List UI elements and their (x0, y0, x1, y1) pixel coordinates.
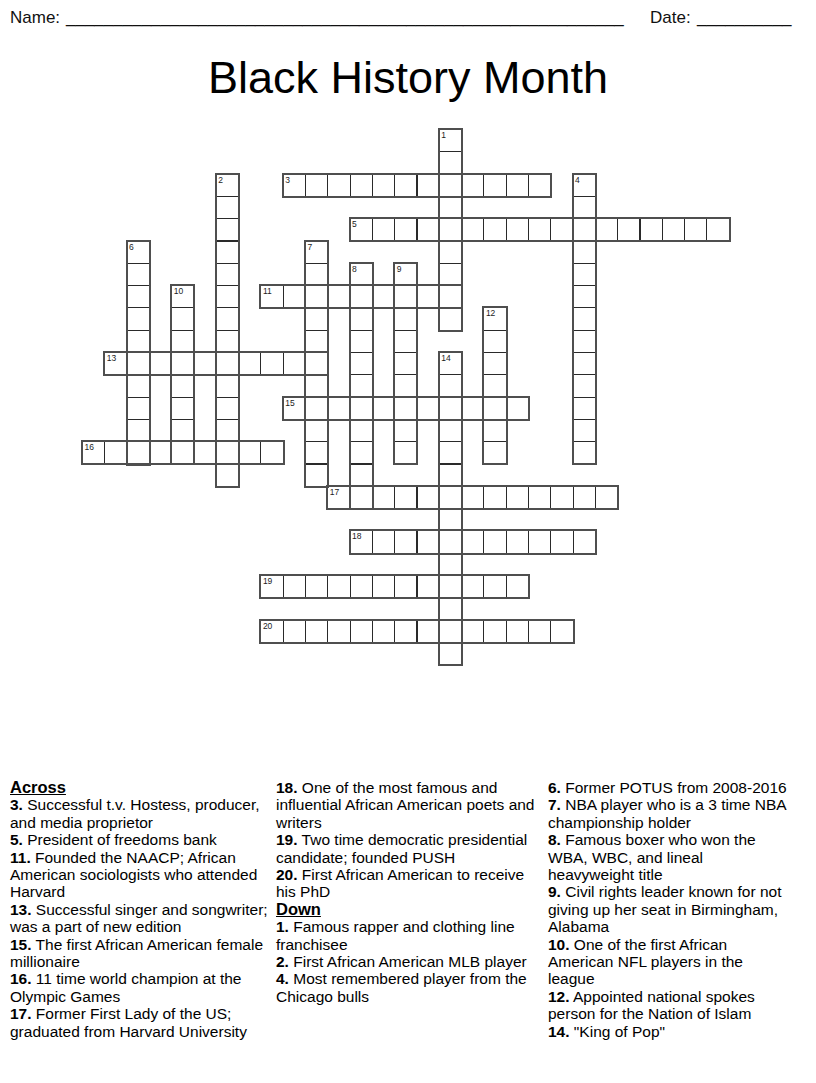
crossword-cell-r13c18[interactable] (483, 419, 506, 442)
clue-text: First African American to receive his Ph… (276, 866, 524, 900)
clue-6: 6. Former POTUS from 2008-2016 (548, 779, 790, 796)
clue-1: 1. Famous rapper and clothing line franc… (276, 918, 538, 953)
crossword-cell-r2c12[interactable] (350, 174, 373, 197)
crossword-cell-r10c10[interactable] (305, 352, 328, 375)
crossword-cell-r14c5[interactable] (194, 441, 217, 464)
crossword-cell-r12c19[interactable] (506, 397, 529, 420)
crossword-cell-r6c10[interactable] (305, 263, 328, 286)
clue-2: 2. First African American MLB player (276, 953, 538, 970)
down-heading: Down (276, 901, 538, 918)
puzzle-title: Black History Month (0, 52, 816, 104)
crossword-cell-r17c16[interactable] (439, 508, 462, 531)
clue-number-label: 3. (10, 796, 23, 813)
crossword-cell-r5c10[interactable] (305, 241, 328, 264)
crossword-cell-r14c14[interactable] (394, 441, 417, 464)
crossword-cell-r20c12[interactable] (350, 575, 373, 598)
clue-15: 15. The first African American female mi… (10, 936, 268, 971)
crossword-cell-r3c6[interactable] (216, 196, 239, 219)
crossword-cell-r18c20[interactable] (528, 530, 551, 553)
crossword-cell-r13c10[interactable] (305, 419, 328, 442)
clue-number-label: 20. (276, 866, 298, 883)
crossword-cell-r15c12[interactable] (350, 464, 373, 487)
crossword-cell-r4c22[interactable] (573, 218, 596, 241)
crossword-cell-r12c10[interactable] (305, 397, 328, 420)
crossword-cell-r10c5[interactable] (194, 352, 217, 375)
crossword-cell-r10c7[interactable] (238, 352, 261, 375)
crossword-cell-r10c18[interactable] (483, 352, 506, 375)
crossword-cell-r1c16[interactable] (439, 151, 462, 174)
crossword-cell-r10c12[interactable] (350, 352, 373, 375)
crossword-cell-r5c16[interactable] (439, 241, 462, 264)
crossword-cell-r12c9[interactable] (283, 397, 306, 420)
crossword-cell-r13c4[interactable] (171, 419, 194, 442)
crossword-cell-r7c14[interactable] (394, 285, 417, 308)
clue-13: 13. Successful singer and songwriter; wa… (10, 901, 268, 936)
crossword-cell-r20c8[interactable] (260, 575, 283, 598)
crossword-cell-r4c16[interactable] (439, 218, 462, 241)
clue-20: 20. First African American to receive hi… (276, 866, 538, 901)
crossword-cell-r13c2[interactable] (127, 419, 150, 442)
crossword-cell-r10c16[interactable] (439, 352, 462, 375)
crossword-cell-r22c8[interactable] (260, 620, 283, 643)
crossword-cell-r11c14[interactable] (394, 374, 417, 397)
clue-4: 4. Most remembered player from the Chica… (276, 970, 538, 1005)
crossword-cell-r6c14[interactable] (394, 263, 417, 286)
crossword-cell-r11c4[interactable] (171, 374, 194, 397)
crossword-cell-r2c19[interactable] (506, 174, 529, 197)
crossword-cell-r2c16[interactable] (439, 174, 462, 197)
crossword-cell-r3c22[interactable] (573, 196, 596, 219)
clue-number-label: 4. (276, 970, 289, 987)
crossword-cell-r8c10[interactable] (305, 307, 328, 330)
crossword-cell-r4c17[interactable] (461, 218, 484, 241)
clue-16: 16. 11 time world champion at the Olympi… (10, 970, 268, 1005)
crossword-cell-r14c16[interactable] (439, 441, 462, 464)
crossword-cell-r10c3[interactable] (149, 352, 172, 375)
clue-text: Two time democratic presidential candida… (276, 831, 527, 865)
clue-number-label: 9. (548, 883, 561, 900)
crossword-cell-r20c16[interactable] (439, 575, 462, 598)
clue-column-middle: 18. One of the most famous and influenti… (276, 779, 538, 1005)
crossword-cell-r7c9[interactable] (283, 285, 306, 308)
crossword-cell-r16c15[interactable] (417, 486, 440, 509)
clue-number-label: 18. (276, 779, 298, 796)
crossword-cell-r11c6[interactable] (216, 374, 239, 397)
crossword-cell-r0c16[interactable] (439, 129, 462, 152)
crossword-cell-r16c19[interactable] (506, 486, 529, 509)
crossword-cell-r9c4[interactable] (171, 330, 194, 353)
crossword-cell-r10c1[interactable] (104, 352, 127, 375)
crossword-cell-r4c23[interactable] (595, 218, 618, 241)
crossword-cell-r7c11[interactable] (327, 285, 350, 308)
crossword-cell-r4c19[interactable] (506, 218, 529, 241)
clue-text: Former First Lady of the US; graduated f… (10, 1005, 247, 1039)
crossword-cell-r12c4[interactable] (171, 397, 194, 420)
crossword-cell-r12c15[interactable] (417, 397, 440, 420)
worksheet-page: Name: __________________________________… (0, 0, 816, 1083)
crossword-cell-r13c16[interactable] (439, 419, 462, 442)
crossword-cell-r10c4[interactable] (171, 352, 194, 375)
crossword-cell-r22c21[interactable] (550, 620, 573, 643)
crossword-cell-r22c11[interactable] (327, 620, 350, 643)
crossword-cell-r16c18[interactable] (483, 486, 506, 509)
clue-text: First African American MLB player (289, 953, 527, 970)
crossword-cell-r6c2[interactable] (127, 263, 150, 286)
crossword-grid: 1234567891011121314151617181920 (82, 129, 729, 664)
crossword-cell-r6c6[interactable] (216, 263, 239, 286)
crossword-cell-r11c12[interactable] (350, 374, 373, 397)
crossword-cell-r2c18[interactable] (483, 174, 506, 197)
clue-text: Founded the NAACP; African American soci… (10, 849, 257, 901)
crossword-cell-r23c16[interactable] (439, 642, 462, 665)
clue-text: NBA player who is a 3 time NBA champions… (548, 796, 786, 830)
crossword-cell-r4c28[interactable] (706, 218, 729, 241)
crossword-cell-r12c22[interactable] (573, 397, 596, 420)
crossword-cell-r20c14[interactable] (394, 575, 417, 598)
crossword-cell-r22c14[interactable] (394, 620, 417, 643)
crossword-cell-r8c18[interactable] (483, 307, 506, 330)
crossword-cell-r13c12[interactable] (350, 419, 373, 442)
crossword-cell-r11c10[interactable] (305, 374, 328, 397)
crossword-cell-r18c17[interactable] (461, 530, 484, 553)
crossword-cell-r19c16[interactable] (439, 553, 462, 576)
date-blank-line: __________ (697, 8, 792, 28)
clue-column-left: Across3. Successful t.v. Hostess, produc… (10, 779, 268, 1040)
crossword-cell-r14c8[interactable] (260, 441, 283, 464)
crossword-cell-r15c16[interactable] (439, 464, 462, 487)
crossword-cell-r8c16[interactable] (439, 307, 462, 330)
clue-text: "King of Pop" (570, 1023, 665, 1040)
crossword-cell-r22c13[interactable] (372, 620, 395, 643)
crossword-cell-r9c22[interactable] (573, 330, 596, 353)
crossword-cell-r20c9[interactable] (283, 575, 306, 598)
clue-text: President of freedoms bank (23, 831, 217, 848)
crossword-cell-r14c18[interactable] (483, 441, 506, 464)
clue-number-label: 7. (548, 796, 561, 813)
clue-19: 19. Two time democratic presidential can… (276, 831, 538, 866)
crossword-cell-r9c18[interactable] (483, 330, 506, 353)
crossword-cell-r10c22[interactable] (573, 352, 596, 375)
crossword-cell-r12c16[interactable] (439, 397, 462, 420)
crossword-cell-r12c14[interactable] (394, 397, 417, 420)
crossword-cell-r12c12[interactable] (350, 397, 373, 420)
crossword-cell-r14c12[interactable] (350, 441, 373, 464)
crossword-cell-r10c14[interactable] (394, 352, 417, 375)
clue-number-label: 2. (276, 953, 289, 970)
crossword-cell-r14c4[interactable] (171, 441, 194, 464)
clue-text: Successful singer and songwriter; was a … (10, 901, 268, 935)
crossword-cell-r16c17[interactable] (461, 486, 484, 509)
across-heading: Across (10, 779, 268, 796)
clue-7: 7. NBA player who is a 3 time NBA champi… (548, 796, 790, 831)
clue-14: 14. "King of Pop" (548, 1023, 790, 1040)
clue-text: Most remembered player from the Chicago … (276, 970, 527, 1004)
crossword-cell-r10c8[interactable] (260, 352, 283, 375)
crossword-cell-r20c11[interactable] (327, 575, 350, 598)
crossword-cell-r22c17[interactable] (461, 620, 484, 643)
date-label: Date: (650, 8, 691, 28)
crossword-cell-r22c15[interactable] (417, 620, 440, 643)
crossword-cell-r5c2[interactable] (127, 241, 150, 264)
name-label: Name: (10, 8, 60, 28)
clue-number-label: 6. (548, 779, 561, 796)
clue-text: One of the most famous and influential A… (276, 779, 535, 831)
crossword-cell-r20c15[interactable] (417, 575, 440, 598)
crossword-cell-r6c16[interactable] (439, 263, 462, 286)
clue-text: The first African American female millio… (10, 936, 263, 970)
crossword-cell-r2c22[interactable] (573, 174, 596, 197)
crossword-cell-r16c11[interactable] (327, 486, 350, 509)
clue-18: 18. One of the most famous and influenti… (276, 779, 538, 831)
crossword-cell-r22c20[interactable] (528, 620, 551, 643)
crossword-cell-r12c11[interactable] (327, 397, 350, 420)
clue-8: 8. Famous boxer who won the WBA, WBC, an… (548, 831, 790, 883)
clue-text: Famous rapper and clothing line franchis… (276, 918, 515, 952)
crossword-cell-r8c4[interactable] (171, 307, 194, 330)
crossword-cell-r16c13[interactable] (372, 486, 395, 509)
crossword-cell-r12c6[interactable] (216, 397, 239, 420)
crossword-cell-r7c16[interactable] (439, 285, 462, 308)
crossword-cell-r5c6[interactable] (216, 241, 239, 264)
crossword-cell-r7c15[interactable] (417, 285, 440, 308)
crossword-cell-r9c10[interactable] (305, 330, 328, 353)
crossword-cell-r11c22[interactable] (573, 374, 596, 397)
clue-text: Former POTUS from 2008-2016 (561, 779, 787, 796)
crossword-cell-r18c12[interactable] (350, 530, 373, 553)
crossword-cell-r7c4[interactable] (171, 285, 194, 308)
crossword-cell-r9c12[interactable] (350, 330, 373, 353)
crossword-cell-r13c6[interactable] (216, 419, 239, 442)
clue-17: 17. Former First Lady of the US; graduat… (10, 1005, 268, 1040)
crossword-cell-r7c22[interactable] (573, 285, 596, 308)
clue-number-label: 1. (276, 918, 289, 935)
clue-5: 5. President of freedoms bank (10, 831, 268, 848)
clue-number-label: 11. (10, 849, 31, 866)
crossword-cell-r10c9[interactable] (283, 352, 306, 375)
crossword-cell-r14c6[interactable] (216, 441, 239, 464)
crossword-cell-r20c19[interactable] (506, 575, 529, 598)
crossword-cell-r4c21[interactable] (550, 218, 573, 241)
crossword-cell-r9c2[interactable] (127, 330, 150, 353)
crossword-cell-r5c22[interactable] (573, 241, 596, 264)
crossword-cell-r8c12[interactable] (350, 307, 373, 330)
crossword-cell-r16c23[interactable] (595, 486, 618, 509)
crossword-cell-r16c14[interactable] (394, 486, 417, 509)
clue-number-label: 5. (10, 831, 23, 848)
crossword-cell-r12c17[interactable] (461, 397, 484, 420)
clue-9: 9. Civil rights leader known for not giv… (548, 883, 790, 935)
crossword-cell-r22c10[interactable] (305, 620, 328, 643)
crossword-cell-r13c14[interactable] (394, 419, 417, 442)
crossword-cell-r14c2[interactable] (127, 441, 150, 464)
crossword-cell-r7c8[interactable] (260, 285, 283, 308)
crossword-cell-r4c15[interactable] (417, 218, 440, 241)
crossword-cell-r2c10[interactable] (305, 174, 328, 197)
crossword-cell-r16c21[interactable] (550, 486, 573, 509)
crossword-cell-r2c11[interactable] (327, 174, 350, 197)
crossword-cell-r11c2[interactable] (127, 374, 150, 397)
crossword-cell-r16c12[interactable] (350, 486, 373, 509)
crossword-cell-r8c6[interactable] (216, 307, 239, 330)
clue-12: 12. Appointed national spokes person for… (548, 988, 790, 1023)
crossword-cell-r16c20[interactable] (528, 486, 551, 509)
crossword-cell-r12c13[interactable] (372, 397, 395, 420)
clue-text: One of the first African American NFL pl… (548, 936, 743, 988)
crossword-cell-r2c14[interactable] (394, 174, 417, 197)
crossword-cell-r18c16[interactable] (439, 530, 462, 553)
crossword-cell-r13c22[interactable] (573, 419, 596, 442)
crossword-cell-r14c10[interactable] (305, 441, 328, 464)
crossword-cell-r2c13[interactable] (372, 174, 395, 197)
crossword-cell-r4c12[interactable] (350, 218, 373, 241)
crossword-cell-r11c18[interactable] (483, 374, 506, 397)
crossword-cell-r18c15[interactable] (417, 530, 440, 553)
crossword-cell-r4c20[interactable] (528, 218, 551, 241)
crossword-cell-r8c2[interactable] (127, 307, 150, 330)
crossword-cell-r7c10[interactable] (305, 285, 328, 308)
crossword-cell-r3c16[interactable] (439, 196, 462, 219)
crossword-cell-r12c2[interactable] (127, 397, 150, 420)
crossword-cell-r6c22[interactable] (573, 263, 596, 286)
crossword-cell-r4c18[interactable] (483, 218, 506, 241)
clue-number-label: 17. (10, 1005, 32, 1022)
clue-number-label: 19. (276, 831, 298, 848)
name-blank-line: ________________________________________… (66, 8, 624, 28)
crossword-cell-r11c16[interactable] (439, 374, 462, 397)
clue-text: Famous boxer who won the WBA, WBC, and l… (548, 831, 756, 883)
crossword-cell-r22c12[interactable] (350, 620, 373, 643)
crossword-cell-r4c25[interactable] (640, 218, 663, 241)
crossword-cell-r4c14[interactable] (394, 218, 417, 241)
crossword-cell-r4c13[interactable] (372, 218, 395, 241)
crossword-cell-r2c17[interactable] (461, 174, 484, 197)
crossword-cell-r16c22[interactable] (573, 486, 596, 509)
crossword-cell-r16c16[interactable] (439, 486, 462, 509)
clue-number-label: 13. (10, 901, 32, 918)
crossword-cell-r9c6[interactable] (216, 330, 239, 353)
crossword-cell-r4c6[interactable] (216, 218, 239, 241)
clue-text: Civil rights leader known for not giving… (548, 883, 781, 935)
crossword-cell-r18c21[interactable] (550, 530, 573, 553)
crossword-cell-r22c16[interactable] (439, 620, 462, 643)
crossword-cell-r4c26[interactable] (662, 218, 685, 241)
clue-text: Successful t.v. Hostess, producer, and m… (10, 796, 260, 830)
crossword-cell-r7c13[interactable] (372, 285, 395, 308)
clue-number-label: 16. (10, 970, 32, 987)
clue-3: 3. Successful t.v. Hostess, producer, an… (10, 796, 268, 831)
clue-number-label: 8. (548, 831, 561, 848)
crossword-cell-r10c6[interactable] (216, 352, 239, 375)
crossword-cell-r22c18[interactable] (483, 620, 506, 643)
clue-text: Appointed national spokes person for the… (548, 988, 755, 1022)
crossword-cell-r18c18[interactable] (483, 530, 506, 553)
crossword-cell-r18c19[interactable] (506, 530, 529, 553)
crossword-cell-r6c12[interactable] (350, 263, 373, 286)
crossword-cell-r7c6[interactable] (216, 285, 239, 308)
crossword-cell-r14c3[interactable] (149, 441, 172, 464)
crossword-cell-r18c22[interactable] (573, 530, 596, 553)
crossword-cell-r15c6[interactable] (216, 464, 239, 487)
crossword-cell-r10c2[interactable] (127, 352, 150, 375)
crossword-cell-r15c10[interactable] (305, 464, 328, 487)
crossword-cell-r14c7[interactable] (238, 441, 261, 464)
clue-number-label: 10. (548, 936, 570, 953)
crossword-cell-r20c13[interactable] (372, 575, 395, 598)
crossword-cell-r22c19[interactable] (506, 620, 529, 643)
crossword-cell-r2c20[interactable] (528, 174, 551, 197)
crossword-cell-r8c22[interactable] (573, 307, 596, 330)
clue-number-label: 14. (548, 1023, 570, 1040)
crossword-cell-r18c14[interactable] (394, 530, 417, 553)
clue-number-label: 12. (548, 988, 570, 1005)
clue-number-label: 15. (10, 936, 32, 953)
clue-text: 11 time world champion at the Olympic Ga… (10, 970, 242, 1004)
crossword-cell-r20c10[interactable] (305, 575, 328, 598)
crossword-cell-r14c1[interactable] (104, 441, 127, 464)
crossword-cell-r9c14[interactable] (394, 330, 417, 353)
crossword-cell-r20c17[interactable] (461, 575, 484, 598)
crossword-cell-r14c22[interactable] (573, 441, 596, 464)
crossword-cell-r14c0[interactable] (82, 441, 105, 464)
clue-column-right: 6. Former POTUS from 2008-20167. NBA pla… (548, 779, 790, 1040)
crossword-cell-r4c27[interactable] (684, 218, 707, 241)
clue-10: 10. One of the first African American NF… (548, 936, 790, 988)
crossword-cell-r21c16[interactable] (439, 597, 462, 620)
crossword-cell-r8c14[interactable] (394, 307, 417, 330)
crossword-cell-r22c9[interactable] (283, 620, 306, 643)
crossword-cell-r4c24[interactable] (617, 218, 640, 241)
crossword-cell-r18c13[interactable] (372, 530, 395, 553)
crossword-cell-r20c18[interactable] (483, 575, 506, 598)
crossword-cell-r12c18[interactable] (483, 397, 506, 420)
crossword-cell-r2c6[interactable] (216, 174, 239, 197)
crossword-cell-r7c12[interactable] (350, 285, 373, 308)
clue-11: 11. Founded the NAACP; African American … (10, 849, 268, 901)
crossword-cell-r7c2[interactable] (127, 285, 150, 308)
crossword-cell-r2c9[interactable] (283, 174, 306, 197)
crossword-cell-r2c15[interactable] (417, 174, 440, 197)
